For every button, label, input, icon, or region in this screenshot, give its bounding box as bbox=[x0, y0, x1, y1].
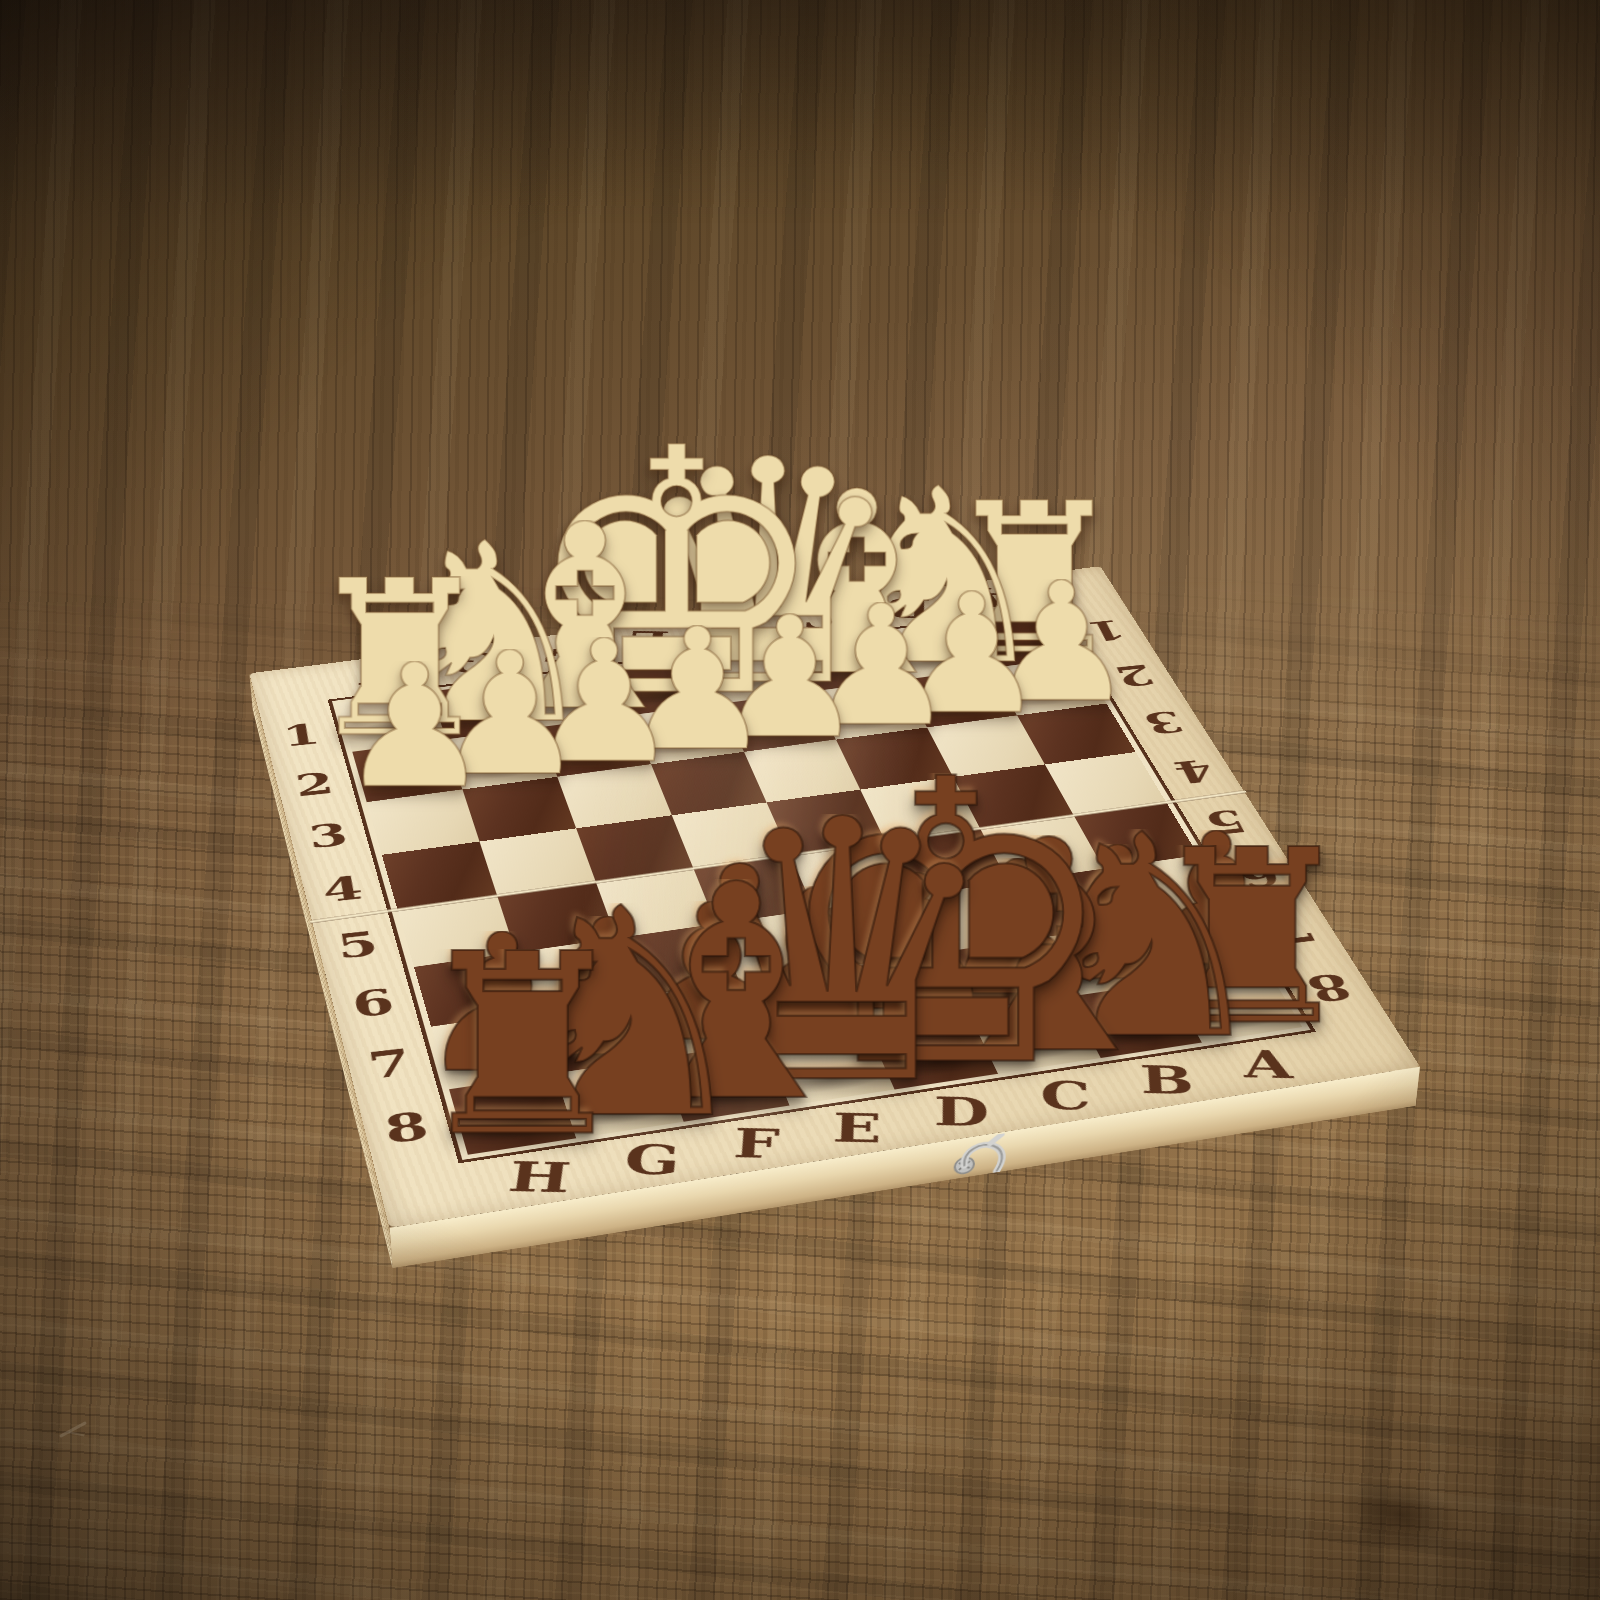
file-label-near-b: B bbox=[1139, 1057, 1196, 1103]
file-label-near-a: A bbox=[1240, 1042, 1294, 1088]
file-label-near-c: C bbox=[1039, 1073, 1091, 1120]
file-label-near-d: D bbox=[933, 1089, 989, 1136]
white-pawn-h2[interactable]: ♟ bbox=[338, 661, 491, 794]
file-label-near-e: E bbox=[832, 1105, 882, 1153]
rank-label-left-3: 3 bbox=[289, 814, 369, 857]
rank-label-left-4: 4 bbox=[302, 866, 383, 911]
scene: 12345678 12345678 HGFEDCBA HGFEDCBA ♜♞♝♚… bbox=[0, 0, 1600, 1600]
black-rook-h8[interactable]: ♜ bbox=[409, 949, 633, 1144]
playing-field: ♜♞♝♚♛♝♞♜♟♟♟♟♟♟♟♟♟♟♟♟♟♟♟♟♜♞♝♛♚♝♞♜ bbox=[328, 606, 1316, 1163]
file-label-near-h: H bbox=[505, 1153, 573, 1203]
squares: ♜♞♝♚♛♝♞♜♟♟♟♟♟♟♟♟♟♟♟♟♟♟♟♟♜♞♝♛♚♝♞♜ bbox=[338, 612, 1302, 1155]
rank-label-left-5: 5 bbox=[316, 921, 399, 968]
rank-label-left-6: 6 bbox=[331, 978, 416, 1027]
square-h2[interactable]: ♟ bbox=[352, 739, 462, 802]
square-h8[interactable]: ♜ bbox=[449, 1073, 576, 1154]
